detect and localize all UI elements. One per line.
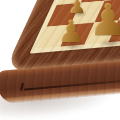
product-photo-chess-set: ♟♟♟ xyxy=(0,0,120,120)
piece-shadow xyxy=(63,42,86,51)
white-pawn: ♟ xyxy=(88,0,120,42)
pieces-layer: ♟♟♟ xyxy=(0,0,120,120)
